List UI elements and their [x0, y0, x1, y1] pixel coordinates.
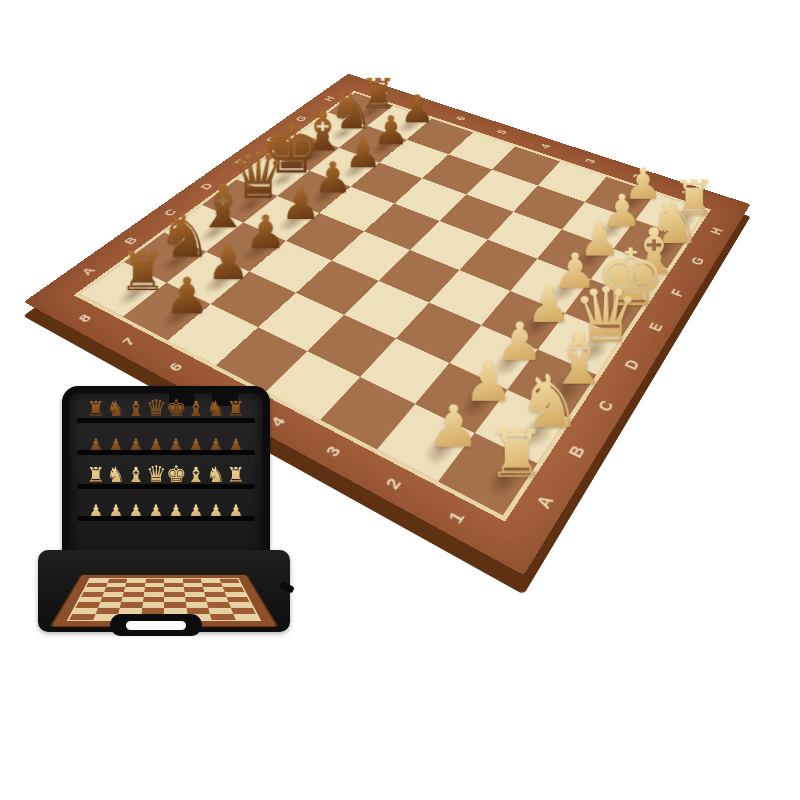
- square-e6: [319, 187, 393, 231]
- piece-white-bishop-f1[interactable]: ♝: [614, 220, 693, 284]
- file-labels-south: ABCDEFGH: [511, 212, 737, 536]
- square-f3: [487, 212, 562, 259]
- square-f5: [394, 178, 467, 221]
- square-h7: ♟: [367, 106, 432, 140]
- zipper-pull-icon: [279, 581, 295, 593]
- rank-labels-east: 87654321: [358, 82, 716, 207]
- coordinate-label: A: [530, 490, 557, 511]
- square-g4: [466, 170, 537, 212]
- piece-white-rook-h1[interactable]: ♜: [657, 174, 730, 223]
- piece-black-rook-h8[interactable]: ♜: [346, 73, 409, 115]
- stored-piece-white-king[interactable]: ♚: [166, 463, 186, 486]
- piece-shadow: [486, 345, 529, 381]
- piece-shadow: [194, 219, 235, 245]
- square-b3: [359, 338, 449, 404]
- piece-shadow: [111, 279, 157, 310]
- piece-shadow: [600, 297, 638, 329]
- piece-white-pawn-h2[interactable]: ♟: [607, 162, 679, 205]
- piece-shadow: [236, 238, 277, 266]
- piece-shadow: [197, 268, 241, 298]
- piece-shadow: [517, 309, 557, 342]
- stored-piece-black-knight[interactable]: ♞: [206, 399, 226, 420]
- square-c4: [344, 281, 428, 338]
- piece-shadow: [265, 168, 302, 191]
- square-c1: ♝: [507, 350, 596, 418]
- square-g1: ♞: [613, 220, 687, 269]
- case-row-white-pawns: ♟♟♟♟♟♟♟♟: [77, 501, 255, 525]
- square-b5: [257, 293, 344, 352]
- coordinate-label: 7: [118, 335, 139, 348]
- square-a7: ♟: [123, 283, 211, 340]
- square-a1: ♜: [438, 433, 537, 515]
- piece-white-pawn-d2[interactable]: ♟: [506, 279, 590, 330]
- coordinate-label: 1: [443, 507, 469, 527]
- piece-shadow: [354, 103, 386, 122]
- square-e5: [364, 204, 440, 250]
- piece-white-pawn-c2[interactable]: ♟: [475, 315, 563, 368]
- piece-shadow: [594, 216, 628, 242]
- square-b6: [210, 272, 295, 328]
- case-handle: [110, 614, 202, 636]
- square-g7: ♟: [339, 126, 407, 163]
- square-f7: ♟: [309, 148, 379, 187]
- coordinate-label: 8: [375, 89, 390, 96]
- piece-black-pawn-h7[interactable]: ♟: [385, 90, 449, 129]
- coordinate-label: 3: [321, 442, 345, 459]
- piece-black-bishop-c8[interactable]: ♝: [185, 176, 260, 236]
- case-row-white-pieces: ♜♞♝♛♚♝♞♜: [77, 463, 255, 497]
- piece-shadow: [624, 264, 660, 294]
- square-c2: ♟: [450, 325, 537, 389]
- piece-shadow: [514, 412, 559, 454]
- square-f6: [350, 163, 421, 204]
- square-f2: ♟: [537, 230, 613, 280]
- piece-black-pawn-e7[interactable]: ♟: [297, 156, 368, 199]
- stored-piece-white-knight[interactable]: ♞: [206, 465, 226, 486]
- piece-black-queen-d8[interactable]: ♛: [222, 145, 294, 208]
- stored-piece-black-rook[interactable]: ♜: [226, 399, 246, 420]
- square-e2: ♟: [510, 259, 590, 313]
- coordinate-label: H: [320, 94, 337, 102]
- coordinate-label: 8: [74, 311, 95, 324]
- piece-black-pawn-d7[interactable]: ♟: [264, 181, 338, 226]
- piece-shadow: [453, 384, 498, 424]
- square-d6: [286, 213, 364, 261]
- square-e3: [459, 240, 537, 291]
- coordinate-label: G: [292, 114, 310, 123]
- case-base: [38, 550, 290, 632]
- piece-black-bishop-f8[interactable]: ♝: [289, 105, 356, 159]
- piece-black-king-e8[interactable]: ♚: [257, 116, 326, 183]
- square-d2: ♟: [481, 291, 564, 350]
- stored-piece-rows: ♜♞♝♛♚♝♞♜♟♟♟♟♟♟♟♟♜♞♝♛♚♝♞♜♟♟♟♟♟♟♟♟: [69, 397, 263, 525]
- square-b2: ♟: [415, 363, 507, 433]
- piece-white-king-e1[interactable]: ♚: [590, 238, 673, 317]
- piece-shadow: [667, 207, 700, 233]
- square-a6: [168, 304, 257, 365]
- coordinate-label: 1: [678, 188, 696, 197]
- square-d8: ♛: [202, 179, 277, 222]
- stored-piece-black-knight[interactable]: ♞: [106, 399, 126, 420]
- square-a3: [320, 377, 415, 449]
- square-e4: [410, 221, 487, 270]
- stored-piece-black-bishop[interactable]: ♝: [186, 399, 206, 420]
- piece-shadow: [366, 137, 400, 158]
- coordinate-label: D: [197, 181, 216, 191]
- piece-shadow: [417, 427, 465, 471]
- piece-shadow: [154, 248, 197, 277]
- square-f8: ♝: [269, 133, 338, 171]
- square-c8: ♝: [164, 205, 242, 252]
- stored-piece-white-queen[interactable]: ♛: [146, 463, 166, 486]
- piece-shadow: [545, 275, 583, 306]
- piece-white-rook-a1[interactable]: ♜: [467, 420, 566, 487]
- square-g2: ♟: [562, 202, 635, 248]
- square-e7: ♟: [277, 171, 350, 213]
- piece-white-pawn-e2[interactable]: ♟: [534, 246, 614, 295]
- stored-piece-white-bishop[interactable]: ♝: [126, 465, 146, 486]
- piece-white-pawn-a2[interactable]: ♟: [405, 397, 501, 455]
- coordinate-label: E: [644, 319, 666, 333]
- piece-shadow: [326, 123, 360, 143]
- coordinate-label: 2: [380, 474, 405, 492]
- piece-white-knight-b1[interactable]: ♞: [502, 365, 597, 438]
- coordinate-label: E: [231, 157, 249, 166]
- piece-shadow: [337, 160, 373, 182]
- square-f4: [439, 195, 513, 240]
- square-h3: [537, 161, 606, 202]
- piece-white-bishop-c1[interactable]: ♝: [534, 322, 624, 394]
- square-h8: ♜: [328, 93, 392, 126]
- coordinate-label: H: [706, 225, 726, 237]
- product-photo-stage: ABCDEFGH ABCDEFGH 87654321 87654321 ♜♞♝♛…: [0, 0, 800, 800]
- square-e1: ♚: [565, 279, 646, 336]
- square-d1: ♛: [537, 313, 622, 375]
- piece-shadow: [306, 184, 343, 208]
- square-b7: ♟: [166, 252, 250, 305]
- square-h6: [406, 119, 472, 155]
- square-d3: [428, 270, 510, 326]
- piece-white-pawn-b2[interactable]: ♟: [442, 354, 534, 410]
- piece-black-pawn-c7[interactable]: ♟: [227, 209, 303, 255]
- stored-piece-black-bishop[interactable]: ♝: [126, 399, 146, 420]
- case-flap: ♜♞♝♛♚♝♞♜♟♟♟♟♟♟♟♟♜♞♝♛♚♝♞♜♟♟♟♟♟♟♟♟: [62, 386, 270, 574]
- square-g6: [379, 140, 448, 178]
- elastic-strap: [77, 484, 255, 489]
- piece-shadow: [155, 300, 201, 333]
- piece-shadow: [570, 245, 606, 273]
- coordinate-label: B: [120, 234, 141, 246]
- stored-piece-white-rook[interactable]: ♜: [226, 465, 246, 486]
- square-a2: ♟: [377, 404, 474, 481]
- square-b4: [307, 315, 396, 377]
- piece-black-pawn-a7[interactable]: ♟: [146, 270, 229, 320]
- piece-black-rook-a8[interactable]: ♜: [102, 244, 183, 298]
- piece-shadow: [393, 116, 426, 135]
- stored-piece-white-bishop[interactable]: ♝: [186, 465, 206, 486]
- stored-piece-black-rook[interactable]: ♜: [86, 399, 106, 420]
- piece-shadow: [616, 190, 649, 214]
- coordinate-label: B: [563, 441, 589, 460]
- square-e8: ♚: [237, 156, 309, 196]
- coordinate-label: C: [592, 396, 617, 413]
- square-g8: ♞: [300, 113, 367, 148]
- square-g3: [513, 186, 585, 230]
- coordinate-label: C: [160, 207, 180, 218]
- square-g5: [422, 154, 492, 194]
- square-c7: ♟: [206, 223, 286, 272]
- coordinate-label: F: [263, 135, 280, 143]
- square-a8: ♜: [80, 262, 166, 316]
- case-row-black-pieces: ♜♞♝♛♚♝♞♜: [77, 397, 255, 431]
- coordinate-label: 5: [494, 128, 510, 136]
- piece-white-knight-g1[interactable]: ♞: [637, 193, 713, 252]
- coordinate-label: 4: [537, 142, 554, 150]
- piece-black-pawn-g7[interactable]: ♟: [358, 110, 424, 150]
- stored-piece-white-rook[interactable]: ♜: [86, 465, 106, 486]
- stored-piece-black-king[interactable]: ♚: [166, 397, 186, 420]
- coordinate-label: 3: [581, 156, 598, 164]
- case-row-black-pawns: ♟♟♟♟♟♟♟♟: [77, 435, 255, 459]
- coordinate-label: 6: [165, 359, 187, 373]
- stored-piece-white-knight[interactable]: ♞: [106, 465, 126, 486]
- square-f1: ♝: [590, 248, 667, 300]
- coordinate-label: G: [686, 254, 707, 267]
- file-labels-north: ABCDEFGH: [56, 86, 350, 292]
- coordinate-label: D: [619, 356, 643, 372]
- piece-shadow: [272, 210, 311, 236]
- piece-black-pawn-f7[interactable]: ♟: [329, 132, 397, 173]
- square-b8: ♞: [124, 233, 206, 283]
- piece-white-queen-d1[interactable]: ♛: [563, 278, 649, 354]
- piece-shadow: [574, 332, 614, 367]
- mini-square: [69, 614, 95, 621]
- coordinate-label: 6: [452, 114, 468, 121]
- mini-square: [233, 614, 259, 621]
- square-d7: ♟: [243, 196, 319, 241]
- square-d5: [331, 231, 410, 281]
- square-c6: [250, 241, 331, 292]
- square-h1: ♜: [635, 193, 706, 238]
- square-b1: ♞: [474, 389, 568, 463]
- coordinate-label: F: [666, 286, 687, 298]
- piece-shadow: [230, 193, 269, 218]
- piece-shadow: [296, 145, 331, 166]
- square-c3: [395, 303, 481, 363]
- coordinate-label: A: [77, 264, 98, 277]
- square-h2: ♟: [585, 177, 655, 220]
- mini-square: [210, 614, 235, 621]
- coordinate-label: 7: [413, 101, 429, 108]
- coordinate-label: 2: [628, 172, 646, 181]
- square-h4: [492, 146, 560, 185]
- carry-case-inset: ♜♞♝♛♚♝♞♜♟♟♟♟♟♟♟♟♜♞♝♛♚♝♞♜♟♟♟♟♟♟♟♟: [38, 374, 298, 642]
- piece-shadow: [546, 370, 589, 409]
- elastic-strap: [77, 450, 255, 455]
- piece-black-knight-g8[interactable]: ♞: [318, 86, 383, 136]
- stored-piece-black-queen[interactable]: ♛: [146, 397, 166, 420]
- elastic-strap: [77, 516, 255, 521]
- square-d4: [378, 250, 458, 303]
- elastic-strap: [77, 418, 255, 423]
- piece-black-knight-b8[interactable]: ♞: [145, 206, 223, 266]
- piece-white-pawn-g2[interactable]: ♟: [584, 188, 658, 233]
- piece-shadow: [480, 458, 528, 505]
- piece-white-pawn-f2[interactable]: ♟: [560, 216, 637, 263]
- piece-black-pawn-b7[interactable]: ♟: [188, 238, 268, 286]
- square-h5: [448, 132, 515, 169]
- piece-shadow: [647, 235, 681, 263]
- square-c5: [296, 261, 379, 315]
